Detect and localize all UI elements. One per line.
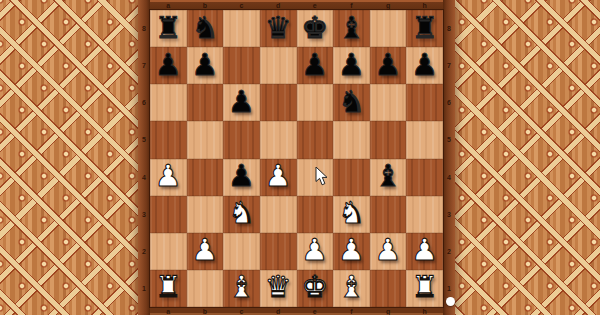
square-c7[interactable] — [223, 47, 260, 84]
square-d3[interactable] — [260, 196, 297, 233]
square-g6[interactable] — [370, 84, 407, 121]
square-d6[interactable] — [260, 84, 297, 121]
piece-black-pawn[interactable]: ♟ — [191, 50, 218, 80]
square-a4[interactable]: ♟ — [150, 159, 187, 196]
square-d5[interactable] — [260, 121, 297, 158]
coord-file-b-bottom: b — [187, 307, 224, 315]
piece-black-bishop[interactable]: ♝ — [375, 161, 402, 191]
chess-board: abcdefgh abcdefgh 87654321 87654321 ♜♞♛♚… — [138, 0, 455, 315]
square-e8[interactable]: ♚ — [297, 10, 334, 47]
rank-labels-right: 87654321 — [443, 10, 455, 307]
coord-rank-8-right: 8 — [443, 10, 455, 47]
coord-file-f-top: f — [333, 0, 370, 10]
square-f6[interactable]: ♞ — [333, 84, 370, 121]
square-c4[interactable]: ♟ — [223, 159, 260, 196]
coord-file-h-top: h — [406, 0, 443, 10]
piece-black-rook[interactable]: ♜ — [155, 13, 182, 43]
square-c3[interactable]: ♞ — [223, 196, 260, 233]
square-d7[interactable] — [260, 47, 297, 84]
coord-rank-4-left: 4 — [138, 159, 150, 196]
side-to-move-indicator — [446, 297, 455, 306]
square-c6[interactable]: ♟ — [223, 84, 260, 121]
piece-white-pawn[interactable]: ♟ — [338, 235, 365, 265]
square-e2[interactable]: ♟ — [297, 233, 334, 270]
piece-black-queen[interactable]: ♛ — [265, 13, 292, 43]
piece-black-king[interactable]: ♚ — [301, 13, 328, 43]
piece-white-pawn[interactable]: ♟ — [155, 161, 182, 191]
square-h8[interactable]: ♜ — [406, 10, 443, 47]
piece-white-bishop[interactable]: ♝ — [228, 272, 255, 302]
square-e5[interactable] — [297, 121, 334, 158]
square-h1[interactable]: ♜ — [406, 270, 443, 307]
coord-file-c-bottom: c — [223, 307, 260, 315]
coord-rank-1-left: 1 — [138, 270, 150, 307]
square-g4[interactable]: ♝ — [370, 159, 407, 196]
square-a6[interactable] — [150, 84, 187, 121]
square-c2[interactable] — [223, 233, 260, 270]
board-squares: ♜♞♛♚♝♜♟♟♟♟♟♟♟♞♟♟♟♝♞♞♟♟♟♟♟♜♝♛♚♝♜ — [150, 10, 443, 307]
square-d8[interactable]: ♛ — [260, 10, 297, 47]
coord-file-d-bottom: d — [260, 307, 297, 315]
coord-rank-7-right: 7 — [443, 47, 455, 84]
piece-black-pawn[interactable]: ♟ — [301, 50, 328, 80]
coord-rank-3-left: 3 — [138, 196, 150, 233]
piece-black-bishop[interactable]: ♝ — [338, 13, 365, 43]
file-labels-bottom: abcdefgh — [150, 307, 443, 315]
square-c5[interactable] — [223, 121, 260, 158]
coord-file-g-bottom: g — [370, 307, 407, 315]
square-h4[interactable] — [406, 159, 443, 196]
piece-black-pawn[interactable]: ♟ — [228, 87, 255, 117]
piece-white-bishop[interactable]: ♝ — [338, 272, 365, 302]
square-b6[interactable] — [187, 84, 224, 121]
square-d4[interactable]: ♟ — [260, 159, 297, 196]
coord-file-d-top: d — [260, 0, 297, 10]
file-labels-top: abcdefgh — [150, 0, 443, 10]
piece-black-pawn[interactable]: ♟ — [228, 161, 255, 191]
coord-file-c-top: c — [223, 0, 260, 10]
square-a8[interactable]: ♜ — [150, 10, 187, 47]
square-g7[interactable]: ♟ — [370, 47, 407, 84]
square-f2[interactable]: ♟ — [333, 233, 370, 270]
coord-file-h-bottom: h — [406, 307, 443, 315]
square-f4[interactable] — [333, 159, 370, 196]
square-g8[interactable] — [370, 10, 407, 47]
coord-file-g-top: g — [370, 0, 407, 10]
square-f8[interactable]: ♝ — [333, 10, 370, 47]
square-b4[interactable] — [187, 159, 224, 196]
square-h3[interactable] — [406, 196, 443, 233]
square-f7[interactable]: ♟ — [333, 47, 370, 84]
piece-white-pawn[interactable]: ♟ — [301, 235, 328, 265]
square-a7[interactable]: ♟ — [150, 47, 187, 84]
coord-rank-2-right: 2 — [443, 233, 455, 270]
coord-rank-6-right: 6 — [443, 84, 455, 121]
coord-rank-7-left: 7 — [138, 47, 150, 84]
square-b3[interactable] — [187, 196, 224, 233]
piece-black-knight[interactable]: ♞ — [191, 13, 218, 43]
coord-file-a-bottom: a — [150, 307, 187, 315]
rank-labels-left: 87654321 — [138, 10, 150, 307]
square-b1[interactable] — [187, 270, 224, 307]
piece-white-knight[interactable]: ♞ — [228, 198, 255, 228]
square-f5[interactable] — [333, 121, 370, 158]
piece-white-queen[interactable]: ♛ — [265, 272, 292, 302]
desktop-background: abcdefgh abcdefgh 87654321 87654321 ♜♞♛♚… — [0, 0, 600, 315]
square-h2[interactable]: ♟ — [406, 233, 443, 270]
square-g3[interactable] — [370, 196, 407, 233]
square-a5[interactable] — [150, 121, 187, 158]
piece-black-pawn[interactable]: ♟ — [338, 50, 365, 80]
coord-file-f-bottom: f — [333, 307, 370, 315]
coord-rank-8-left: 8 — [138, 10, 150, 47]
square-b7[interactable]: ♟ — [187, 47, 224, 84]
piece-white-pawn[interactable]: ♟ — [375, 235, 402, 265]
square-g1[interactable] — [370, 270, 407, 307]
coord-file-e-top: e — [297, 0, 334, 10]
square-e3[interactable] — [297, 196, 334, 233]
coord-file-b-top: b — [187, 0, 224, 10]
square-b2[interactable]: ♟ — [187, 233, 224, 270]
piece-white-pawn[interactable]: ♟ — [411, 235, 438, 265]
piece-black-pawn[interactable]: ♟ — [375, 50, 402, 80]
piece-white-pawn[interactable]: ♟ — [265, 161, 292, 191]
coord-rank-5-left: 5 — [138, 121, 150, 158]
piece-black-pawn[interactable]: ♟ — [155, 50, 182, 80]
square-e1[interactable]: ♚ — [297, 270, 334, 307]
coord-file-e-bottom: e — [297, 307, 334, 315]
piece-white-rook[interactable]: ♜ — [155, 272, 182, 302]
coord-rank-5-right: 5 — [443, 121, 455, 158]
square-e7[interactable]: ♟ — [297, 47, 334, 84]
square-g5[interactable] — [370, 121, 407, 158]
square-b8[interactable]: ♞ — [187, 10, 224, 47]
mouse-cursor-icon — [315, 167, 328, 186]
piece-black-pawn[interactable]: ♟ — [411, 50, 438, 80]
piece-white-rook[interactable]: ♜ — [411, 272, 438, 302]
square-h7[interactable]: ♟ — [406, 47, 443, 84]
square-b5[interactable] — [187, 121, 224, 158]
square-a2[interactable] — [150, 233, 187, 270]
square-a3[interactable] — [150, 196, 187, 233]
piece-black-rook[interactable]: ♜ — [411, 13, 438, 43]
coord-file-a-top: a — [150, 0, 187, 10]
square-c1[interactable]: ♝ — [223, 270, 260, 307]
coord-rank-3-right: 3 — [443, 196, 455, 233]
square-h5[interactable] — [406, 121, 443, 158]
square-f1[interactable]: ♝ — [333, 270, 370, 307]
coord-rank-6-left: 6 — [138, 84, 150, 121]
square-c8[interactable] — [223, 10, 260, 47]
square-a1[interactable]: ♜ — [150, 270, 187, 307]
square-f3[interactable]: ♞ — [333, 196, 370, 233]
piece-white-pawn[interactable]: ♟ — [191, 235, 218, 265]
piece-white-king[interactable]: ♚ — [301, 272, 328, 302]
square-d2[interactable] — [260, 233, 297, 270]
coord-rank-4-right: 4 — [443, 159, 455, 196]
square-d1[interactable]: ♛ — [260, 270, 297, 307]
coord-rank-2-left: 2 — [138, 233, 150, 270]
square-e6[interactable] — [297, 84, 334, 121]
piece-white-knight[interactable]: ♞ — [338, 198, 365, 228]
square-g2[interactable]: ♟ — [370, 233, 407, 270]
piece-black-knight[interactable]: ♞ — [338, 87, 365, 117]
square-h6[interactable] — [406, 84, 443, 121]
